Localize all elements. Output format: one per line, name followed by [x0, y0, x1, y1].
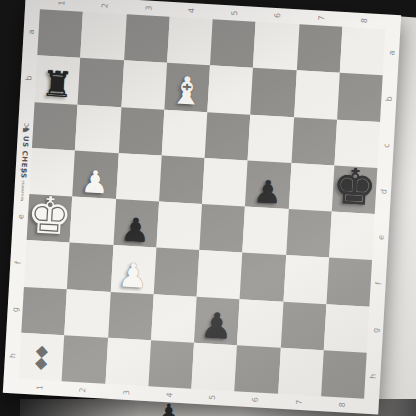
square-f1	[24, 240, 70, 289]
square-g4	[151, 294, 197, 343]
bottom-border-rank-label-6: 6	[247, 378, 264, 416]
square-d7	[288, 163, 334, 212]
right-border-file-label-g: g	[352, 321, 399, 339]
white-pawn-on-f3: ♟	[117, 259, 148, 292]
mat-border-corner	[25, 0, 41, 9]
square-d2: ♟	[72, 150, 118, 199]
square-d6: ♟	[245, 160, 291, 209]
square-g3	[108, 291, 154, 340]
mat-border-corner	[385, 14, 401, 30]
square-g2	[64, 289, 110, 338]
square-b1: ♜	[35, 56, 81, 105]
square-f5	[197, 250, 243, 299]
black-pawn-on-g5: ♟	[200, 309, 233, 344]
square-c1	[32, 102, 78, 151]
square-d8: ♚	[332, 165, 378, 214]
right-border-file-label-f: f	[355, 275, 402, 293]
square-b7	[294, 70, 340, 119]
mat-border-corner	[363, 399, 379, 415]
square-c6	[248, 114, 294, 163]
square-g5: ♟	[194, 296, 240, 345]
square-e3: ♟	[113, 199, 159, 248]
us-chess-logo-subtext: FEDERATION	[20, 180, 25, 201]
right-border-file-label-a: a	[368, 44, 415, 62]
black-rook-on-b1: ♜	[41, 68, 74, 103]
square-f3: ♟	[110, 245, 156, 294]
square-e7	[286, 209, 332, 258]
square-c4	[161, 109, 207, 158]
square-b3	[121, 61, 167, 110]
bottom-border-rank-label-8: 8	[333, 383, 350, 416]
bottom-border-rank-label-5: 5	[204, 375, 221, 416]
bottom-border-rank-label-2: 2	[74, 368, 91, 412]
square-e1: ♚	[27, 194, 73, 243]
square-c3	[118, 107, 164, 156]
square-c5	[205, 112, 251, 161]
right-border-file-label-c: c	[363, 136, 410, 154]
right-border-file-label-b: b	[365, 90, 412, 108]
square-a7	[296, 24, 342, 73]
board-photo-scene: 12345678aab♜♝bccd♟♟♚de♚♟ef♟fg♟gh◆◆h12345…	[0, 0, 416, 416]
bottom-border-rank-label-7: 7	[290, 380, 307, 416]
square-a6	[253, 22, 299, 71]
square-b2	[78, 58, 124, 107]
us-chess-corner-ornament: ◆◆	[19, 333, 65, 382]
square-d4	[159, 155, 205, 204]
square-f2	[67, 243, 113, 292]
square-e4	[156, 202, 202, 251]
black-king-on-d8: ♚	[331, 164, 378, 213]
white-king-on-e1: ♚	[25, 191, 73, 242]
square-b4: ♝	[164, 63, 210, 112]
black-pawn-on-e3: ♟	[120, 214, 150, 246]
square-d3	[116, 153, 162, 202]
right-border-file-label-h: h	[349, 367, 396, 385]
white-pawn-on-d2: ♟	[80, 167, 109, 198]
square-c2	[75, 104, 121, 153]
square-a2	[80, 12, 126, 61]
square-g1	[21, 286, 67, 335]
square-e5	[199, 204, 245, 253]
square-c7	[291, 117, 337, 166]
square-b5	[207, 65, 253, 114]
square-f7	[283, 255, 329, 304]
chess-mat: 12345678aab♜♝bccd♟♟♚de♚♟ef♟fg♟gh◆◆h12345…	[3, 0, 401, 414]
black-pawn-on-d6: ♟	[253, 177, 282, 208]
bottom-border-rank-label-3: 3	[117, 370, 134, 414]
square-d5	[202, 158, 248, 207]
square-g7	[280, 301, 326, 350]
square-a1	[37, 9, 83, 58]
square-h1: ◆◆	[19, 333, 65, 382]
square-f4	[153, 248, 199, 297]
us-chess-logo-text: US CHESS	[19, 136, 29, 179]
mat-border-corner	[3, 378, 19, 394]
square-a3	[124, 14, 170, 63]
square-e6	[243, 206, 289, 255]
offboard-piece: ♟	[158, 401, 180, 416]
white-bishop-on-b4: ♝	[169, 72, 205, 110]
right-border-file-label-e: e	[357, 229, 404, 247]
square-b6	[251, 68, 297, 117]
square-f6	[240, 253, 286, 302]
square-a4	[167, 17, 213, 66]
square-a5	[210, 19, 256, 68]
square-e2	[70, 197, 116, 246]
us-chess-knight-logo-icon: ♞	[21, 126, 30, 135]
square-g6	[237, 299, 283, 348]
